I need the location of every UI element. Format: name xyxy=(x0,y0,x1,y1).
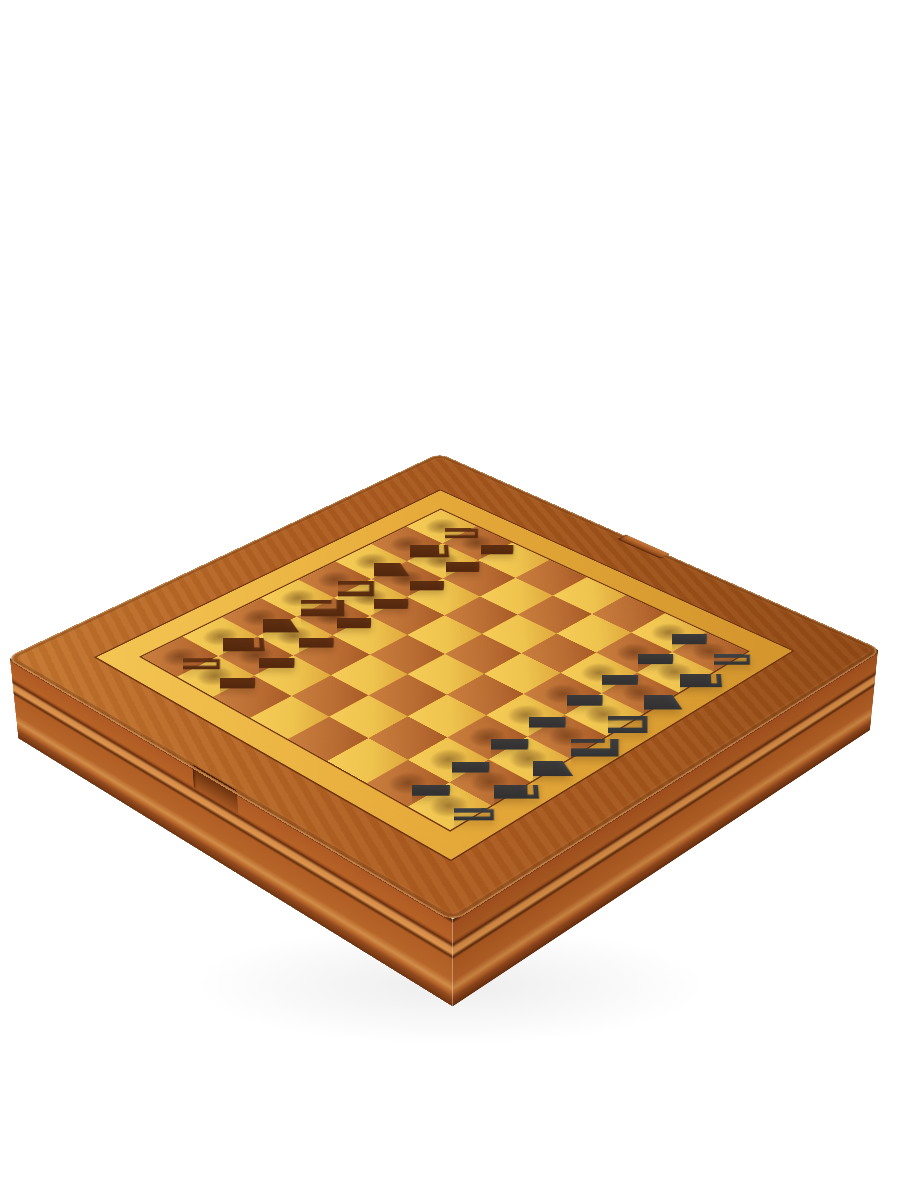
chess-box-lid: ♜♞♝♚♛♝♞♜♟♟♟♟♟♟♟♟♟♟♟♟♟♟♟♟♜♞♝♚♛♝♞♜ xyxy=(6,453,883,922)
rook-glyph: ♜ xyxy=(333,700,574,843)
lid-notch-near xyxy=(192,764,238,813)
square-h7: ♟ xyxy=(177,656,254,697)
product-photo-canvas: ♜♞♝♚♛♝♞♜♟♟♟♟♟♟♟♟♟♟♟♟♟♟♟♟♜♞♝♚♛♝♞♜ xyxy=(0,0,900,1200)
scene-stage: ♜♞♝♚♛♝♞♜♟♟♟♟♟♟♟♟♟♟♟♟♟♟♟♟♜♞♝♚♛♝♞♜ xyxy=(0,0,900,1200)
chess-board: ♜♞♝♚♛♝♞♜♟♟♟♟♟♟♟♟♟♟♟♟♟♟♟♟♜♞♝♚♛♝♞♜ xyxy=(139,509,750,832)
